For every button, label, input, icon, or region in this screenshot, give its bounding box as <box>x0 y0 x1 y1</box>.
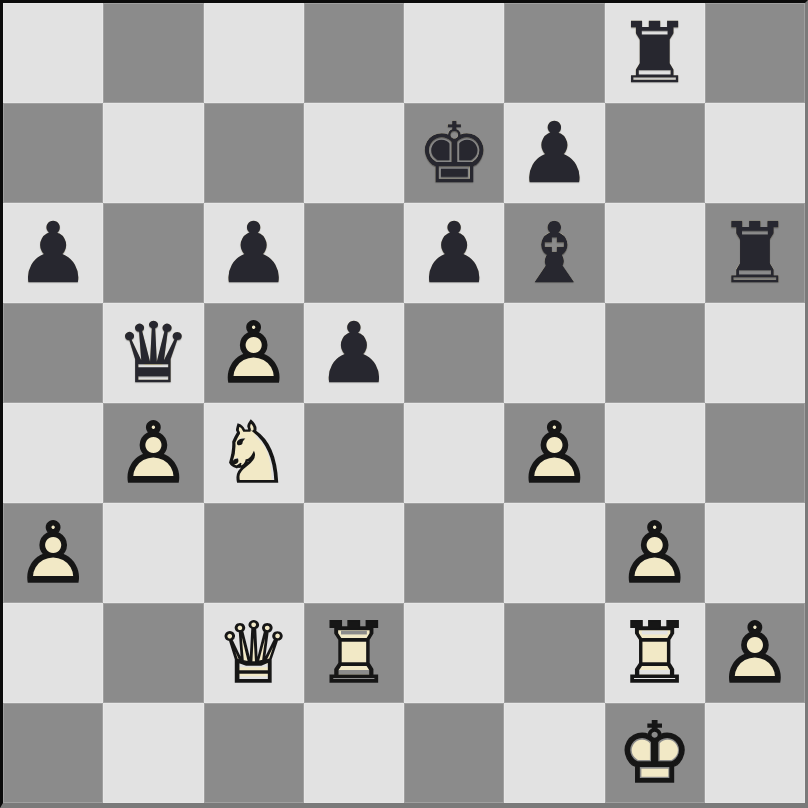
black-queen-piece[interactable]: ♕♛ <box>103 303 203 403</box>
black-pawn-piece[interactable]: ♙♟ <box>204 203 304 303</box>
black-pawn-outline-glyph: ♟ <box>204 203 304 303</box>
white-king-outline-glyph: ♔ <box>605 703 705 803</box>
square-g8[interactable]: ♖♜ <box>605 3 705 103</box>
square-d4[interactable] <box>304 403 404 503</box>
square-c6[interactable]: ♙♟ <box>204 203 304 303</box>
square-a3[interactable]: ♟♙ <box>3 503 103 603</box>
black-queen-outline-glyph: ♛ <box>103 303 203 403</box>
square-c1[interactable] <box>204 703 304 803</box>
square-e5[interactable] <box>404 303 504 403</box>
square-f8[interactable] <box>504 3 604 103</box>
square-g6[interactable] <box>605 203 705 303</box>
black-pawn-outline-glyph: ♟ <box>504 103 604 203</box>
square-g5[interactable] <box>605 303 705 403</box>
black-king-outline-glyph: ♚ <box>404 103 504 203</box>
black-rook-outline-glyph: ♜ <box>605 3 705 103</box>
square-h1[interactable] <box>705 703 805 803</box>
square-b5[interactable]: ♕♛ <box>103 303 203 403</box>
white-pawn-piece[interactable]: ♟♙ <box>103 403 203 503</box>
square-f3[interactable] <box>504 503 604 603</box>
black-rook-piece[interactable]: ♖♜ <box>605 3 705 103</box>
square-b4[interactable]: ♟♙ <box>103 403 203 503</box>
square-d1[interactable] <box>304 703 404 803</box>
white-rook-outline-glyph: ♖ <box>304 603 404 703</box>
square-a1[interactable] <box>3 703 103 803</box>
square-e8[interactable] <box>404 3 504 103</box>
square-g7[interactable] <box>605 103 705 203</box>
square-f2[interactable] <box>504 603 604 703</box>
white-knight-outline-glyph: ♘ <box>204 403 304 503</box>
square-b1[interactable] <box>103 703 203 803</box>
white-king-piece[interactable]: ♚♔ <box>605 703 705 803</box>
square-e6[interactable]: ♙♟ <box>404 203 504 303</box>
square-a4[interactable] <box>3 403 103 503</box>
square-b7[interactable] <box>103 103 203 203</box>
square-d6[interactable] <box>304 203 404 303</box>
white-pawn-outline-glyph: ♙ <box>3 503 103 603</box>
square-g3[interactable]: ♟♙ <box>605 503 705 603</box>
white-pawn-outline-glyph: ♙ <box>103 403 203 503</box>
white-pawn-piece[interactable]: ♟♙ <box>605 503 705 603</box>
black-rook-piece[interactable]: ♖♜ <box>705 203 805 303</box>
white-pawn-outline-glyph: ♙ <box>605 503 705 603</box>
square-a2[interactable] <box>3 603 103 703</box>
white-pawn-outline-glyph: ♙ <box>204 303 304 403</box>
square-c8[interactable] <box>204 3 304 103</box>
square-e7[interactable]: ♔♚ <box>404 103 504 203</box>
black-pawn-outline-glyph: ♟ <box>304 303 404 403</box>
white-rook-piece[interactable]: ♜♖ <box>605 603 705 703</box>
white-pawn-piece[interactable]: ♟♙ <box>504 403 604 503</box>
square-d3[interactable] <box>304 503 404 603</box>
square-d2[interactable]: ♜♖ <box>304 603 404 703</box>
square-f6[interactable]: ♗♝ <box>504 203 604 303</box>
square-a8[interactable] <box>3 3 103 103</box>
square-e2[interactable] <box>404 603 504 703</box>
chess-board: ♖♜♔♚♙♟♙♟♙♟♙♟♗♝♖♜♕♛♟♙♙♟♟♙♞♘♟♙♟♙♟♙♛♕♜♖♜♖♟♙… <box>0 0 808 808</box>
white-rook-outline-glyph: ♖ <box>605 603 705 703</box>
square-h7[interactable] <box>705 103 805 203</box>
square-h3[interactable] <box>705 503 805 603</box>
black-pawn-piece[interactable]: ♙♟ <box>504 103 604 203</box>
black-pawn-outline-glyph: ♟ <box>3 203 103 303</box>
square-b8[interactable] <box>103 3 203 103</box>
square-h5[interactable] <box>705 303 805 403</box>
square-g1[interactable]: ♚♔ <box>605 703 705 803</box>
square-c4[interactable]: ♞♘ <box>204 403 304 503</box>
square-a5[interactable] <box>3 303 103 403</box>
black-bishop-outline-glyph: ♝ <box>504 203 604 303</box>
square-g2[interactable]: ♜♖ <box>605 603 705 703</box>
white-pawn-piece[interactable]: ♟♙ <box>3 503 103 603</box>
white-queen-outline-glyph: ♕ <box>204 603 304 703</box>
square-h4[interactable] <box>705 403 805 503</box>
white-pawn-piece[interactable]: ♟♙ <box>705 603 805 703</box>
white-pawn-outline-glyph: ♙ <box>504 403 604 503</box>
square-h6[interactable]: ♖♜ <box>705 203 805 303</box>
black-rook-outline-glyph: ♜ <box>705 203 805 303</box>
white-pawn-outline-glyph: ♙ <box>705 603 805 703</box>
square-d5[interactable]: ♙♟ <box>304 303 404 403</box>
white-queen-piece[interactable]: ♛♕ <box>204 603 304 703</box>
square-c2[interactable]: ♛♕ <box>204 603 304 703</box>
square-c7[interactable] <box>204 103 304 203</box>
square-e1[interactable] <box>404 703 504 803</box>
black-pawn-piece[interactable]: ♙♟ <box>404 203 504 303</box>
black-pawn-outline-glyph: ♟ <box>404 203 504 303</box>
black-bishop-piece[interactable]: ♗♝ <box>504 203 604 303</box>
square-f5[interactable] <box>504 303 604 403</box>
square-e4[interactable] <box>404 403 504 503</box>
square-b3[interactable] <box>103 503 203 603</box>
square-h8[interactable] <box>705 3 805 103</box>
square-b2[interactable] <box>103 603 203 703</box>
square-d7[interactable] <box>304 103 404 203</box>
square-f1[interactable] <box>504 703 604 803</box>
white-knight-piece[interactable]: ♞♘ <box>204 403 304 503</box>
square-e3[interactable] <box>404 503 504 603</box>
square-b6[interactable] <box>103 203 203 303</box>
square-g4[interactable] <box>605 403 705 503</box>
black-king-piece[interactable]: ♔♚ <box>404 103 504 203</box>
white-rook-piece[interactable]: ♜♖ <box>304 603 404 703</box>
square-c3[interactable] <box>204 503 304 603</box>
square-f7[interactable]: ♙♟ <box>504 103 604 203</box>
square-d8[interactable] <box>304 3 404 103</box>
black-pawn-piece[interactable]: ♙♟ <box>304 303 404 403</box>
black-pawn-piece[interactable]: ♙♟ <box>3 203 103 303</box>
square-a6[interactable]: ♙♟ <box>3 203 103 303</box>
white-pawn-piece[interactable]: ♟♙ <box>204 303 304 403</box>
chess-board-window: ♖♜♔♚♙♟♙♟♙♟♙♟♗♝♖♜♕♛♟♙♙♟♟♙♞♘♟♙♟♙♟♙♛♕♜♖♜♖♟♙… <box>0 0 808 808</box>
square-f4[interactable]: ♟♙ <box>504 403 604 503</box>
square-a7[interactable] <box>3 103 103 203</box>
square-h2[interactable]: ♟♙ <box>705 603 805 703</box>
square-c5[interactable]: ♟♙ <box>204 303 304 403</box>
